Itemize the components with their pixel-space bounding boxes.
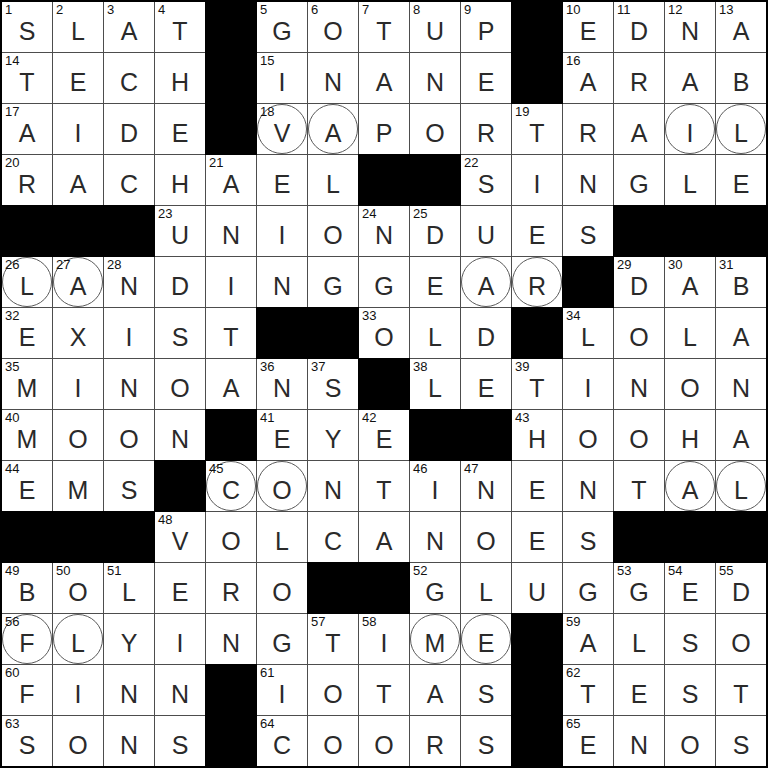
cell-r9c7[interactable]: Y xyxy=(308,410,358,460)
cell-r13c6[interactable]: G xyxy=(257,614,307,664)
cell-r2c1[interactable]: T14 xyxy=(2,53,52,103)
cell-r14c4[interactable]: N xyxy=(155,665,205,715)
cell-r12c12[interactable]: G xyxy=(563,563,613,613)
cell-r2c13[interactable]: R xyxy=(614,53,664,103)
cell-r5c6[interactable]: I xyxy=(257,206,307,256)
cell-letter: N xyxy=(665,18,715,43)
cell-r4c6[interactable]: E xyxy=(257,155,307,205)
cell-letter: A xyxy=(308,120,358,145)
cell-r8c1[interactable]: M35 xyxy=(2,359,52,409)
cell-r7c4[interactable]: S xyxy=(155,308,205,358)
cell-r14c6[interactable]: I61 xyxy=(257,665,307,715)
cell-r6c10[interactable]: A xyxy=(461,257,511,307)
cell-r5c4[interactable]: U23 xyxy=(155,206,205,256)
cell-letter: L xyxy=(665,171,715,196)
cell-r9c15[interactable]: A xyxy=(716,410,766,460)
cell-r15c2[interactable]: O xyxy=(53,716,103,766)
cell-r14c1[interactable]: F60 xyxy=(2,665,52,715)
cell-r3c4[interactable]: E xyxy=(155,104,205,154)
cell-r8c3[interactable]: N xyxy=(104,359,154,409)
cell-r8c9[interactable]: L38 xyxy=(410,359,460,409)
cell-r13c14[interactable]: S xyxy=(665,614,715,664)
cell-r3c1[interactable]: A17 xyxy=(2,104,52,154)
cell-r2c4[interactable]: H xyxy=(155,53,205,103)
cell-r13c12[interactable]: A59 xyxy=(563,614,613,664)
cell-r1c2[interactable]: L2 xyxy=(53,2,103,52)
cell-letter: O xyxy=(461,528,511,553)
cell-letter: L xyxy=(410,324,460,349)
cell-letter: I xyxy=(53,375,103,400)
cell-r3c10[interactable]: R xyxy=(461,104,511,154)
cell-r1c4[interactable]: T4 xyxy=(155,2,205,52)
cell-r5c8[interactable]: N24 xyxy=(359,206,409,256)
cell-r1c6[interactable]: G5 xyxy=(257,2,307,52)
cell-r9c12[interactable]: O xyxy=(563,410,613,460)
cell-r5c12[interactable]: S xyxy=(563,206,613,256)
cell-r15c15[interactable]: S xyxy=(716,716,766,766)
cell-r3c7[interactable]: A xyxy=(308,104,358,154)
black-cell-r4c8 xyxy=(359,155,409,205)
cell-r12c5[interactable]: R xyxy=(206,563,256,613)
cell-r9c4[interactable]: N xyxy=(155,410,205,460)
cell-letter: A xyxy=(53,273,103,298)
cell-r2c8[interactable]: A xyxy=(359,53,409,103)
cell-letter: S xyxy=(308,375,358,400)
cell-letter: O xyxy=(53,426,103,451)
cell-r8c14[interactable]: O xyxy=(665,359,715,409)
cell-r5c10[interactable]: U xyxy=(461,206,511,256)
cell-r13c4[interactable]: I xyxy=(155,614,205,664)
cell-r12c6[interactable]: O xyxy=(257,563,307,613)
cell-letter: M xyxy=(2,375,52,400)
cell-r12c15[interactable]: D55 xyxy=(716,563,766,613)
cell-r13c1[interactable]: F56 xyxy=(2,614,52,664)
cell-r6c1[interactable]: L26 xyxy=(2,257,52,307)
cell-r8c7[interactable]: S37 xyxy=(308,359,358,409)
cell-r6c3[interactable]: N28 xyxy=(104,257,154,307)
cell-r4c1[interactable]: R20 xyxy=(2,155,52,205)
cell-r10c9[interactable]: I46 xyxy=(410,461,460,511)
cell-letter: A xyxy=(53,171,103,196)
cell-r11c8[interactable]: A xyxy=(359,512,409,562)
cell-letter: D xyxy=(410,222,460,247)
clue-number: 8 xyxy=(413,3,420,17)
cell-r9c1[interactable]: M40 xyxy=(2,410,52,460)
cell-r12c3[interactable]: L51 xyxy=(104,563,154,613)
cell-letter: A xyxy=(206,375,256,400)
cell-r3c13[interactable]: A xyxy=(614,104,664,154)
cell-letter: A xyxy=(104,18,154,43)
cell-r6c8[interactable]: G xyxy=(359,257,409,307)
cell-r3c6[interactable]: V18 xyxy=(257,104,307,154)
cell-r3c11[interactable]: T19 xyxy=(512,104,562,154)
cell-letter: N xyxy=(104,375,154,400)
cell-letter: E xyxy=(2,477,52,502)
cell-r11c7[interactable]: C xyxy=(308,512,358,562)
cell-r14c9[interactable]: A xyxy=(410,665,460,715)
clue-number: 49 xyxy=(5,564,19,578)
cell-letter: S xyxy=(104,477,154,502)
cell-r15c4[interactable]: S xyxy=(155,716,205,766)
cell-r9c14[interactable]: H xyxy=(665,410,715,460)
cell-letter: B xyxy=(716,69,766,94)
cell-r9c13[interactable]: O xyxy=(614,410,664,460)
cell-letter: L xyxy=(563,324,613,349)
clue-number: 5 xyxy=(260,3,267,17)
cell-letter: A xyxy=(716,324,766,349)
cell-r14c12[interactable]: T62 xyxy=(563,665,613,715)
cell-letter: N xyxy=(308,69,358,94)
cell-letter: N xyxy=(308,477,358,502)
clue-number: 4 xyxy=(158,3,165,17)
cell-r2c14[interactable]: A xyxy=(665,53,715,103)
cell-r13c9[interactable]: M xyxy=(410,614,460,664)
cell-letter: E xyxy=(461,69,511,94)
cell-r14c15[interactable]: T xyxy=(716,665,766,715)
cell-r13c13[interactable]: L xyxy=(614,614,664,664)
cell-r11c4[interactable]: V48 xyxy=(155,512,205,562)
cell-r1c15[interactable]: A13 xyxy=(716,2,766,52)
cell-letter: L xyxy=(257,528,307,553)
cell-r2c10[interactable]: E xyxy=(461,53,511,103)
cell-letter: O xyxy=(614,324,664,349)
cell-r8c6[interactable]: N36 xyxy=(257,359,307,409)
cell-letter: E xyxy=(716,171,766,196)
cell-r2c9[interactable]: N xyxy=(410,53,460,103)
cell-letter: A xyxy=(614,120,664,145)
cell-r3c12[interactable]: R xyxy=(563,104,613,154)
cell-r4c13[interactable]: G xyxy=(614,155,664,205)
cell-r7c14[interactable]: L xyxy=(665,308,715,358)
cell-letter: T xyxy=(563,681,613,706)
cell-r4c12[interactable]: N xyxy=(563,155,613,205)
cell-letter: N xyxy=(461,477,511,502)
cell-r8c2[interactable]: I xyxy=(53,359,103,409)
cell-r6c15[interactable]: B31 xyxy=(716,257,766,307)
cell-r15c10[interactable]: S xyxy=(461,716,511,766)
cell-r1c1[interactable]: S1 xyxy=(2,2,52,52)
cell-r4c2[interactable]: A xyxy=(53,155,103,205)
cell-letter: N xyxy=(614,732,664,757)
clue-number: 41 xyxy=(260,411,274,425)
cell-r2c2[interactable]: E xyxy=(53,53,103,103)
cell-r1c10[interactable]: P9 xyxy=(461,2,511,52)
cell-letter: G xyxy=(308,273,358,298)
cell-r4c15[interactable]: E xyxy=(716,155,766,205)
cell-letter: N xyxy=(716,375,766,400)
cell-r12c14[interactable]: E54 xyxy=(665,563,715,613)
clue-number: 57 xyxy=(311,615,325,629)
cell-r4c11[interactable]: I xyxy=(512,155,562,205)
cell-r8c4[interactable]: O xyxy=(155,359,205,409)
cell-r10c2[interactable]: M xyxy=(53,461,103,511)
black-cell-r7c7 xyxy=(308,308,358,358)
cell-r10c15[interactable]: L xyxy=(716,461,766,511)
cell-letter: E xyxy=(512,222,562,247)
black-cell-r2c5 xyxy=(206,53,256,103)
cell-r13c8[interactable]: I58 xyxy=(359,614,409,664)
cell-r7c10[interactable]: D xyxy=(461,308,511,358)
cell-r10c14[interactable]: A xyxy=(665,461,715,511)
cell-r10c6[interactable]: O xyxy=(257,461,307,511)
cell-r10c3[interactable]: S xyxy=(104,461,154,511)
cell-r9c3[interactable]: O xyxy=(104,410,154,460)
cell-letter: I xyxy=(665,120,715,145)
cell-letter: I xyxy=(155,630,205,655)
cell-r10c10[interactable]: N47 xyxy=(461,461,511,511)
cell-r14c7[interactable]: O xyxy=(308,665,358,715)
cell-letter: L xyxy=(614,630,664,655)
cell-r6c4[interactable]: D xyxy=(155,257,205,307)
cell-letter: X xyxy=(53,324,103,349)
cell-r15c9[interactable]: R xyxy=(410,716,460,766)
cell-r2c7[interactable]: N xyxy=(308,53,358,103)
cell-letter: D xyxy=(104,120,154,145)
cell-r1c9[interactable]: U8 xyxy=(410,2,460,52)
cell-r3c9[interactable]: O xyxy=(410,104,460,154)
cell-r4c10[interactable]: S22 xyxy=(461,155,511,205)
cell-r6c7[interactable]: G xyxy=(308,257,358,307)
cell-r9c6[interactable]: E41 xyxy=(257,410,307,460)
cell-r11c5[interactable]: O xyxy=(206,512,256,562)
clue-number: 43 xyxy=(515,411,529,425)
cell-r6c14[interactable]: A30 xyxy=(665,257,715,307)
cell-letter: S xyxy=(461,732,511,757)
cell-r10c12[interactable]: N xyxy=(563,461,613,511)
cell-r1c13[interactable]: D11 xyxy=(614,2,664,52)
cell-r12c2[interactable]: O50 xyxy=(53,563,103,613)
cell-r12c1[interactable]: B49 xyxy=(2,563,52,613)
cell-r7c12[interactable]: L34 xyxy=(563,308,613,358)
cell-r12c11[interactable]: U xyxy=(512,563,562,613)
clue-number: 19 xyxy=(515,105,529,119)
cell-letter: H xyxy=(665,426,715,451)
cell-letter: D xyxy=(614,273,664,298)
cell-r3c15[interactable]: L xyxy=(716,104,766,154)
cell-r4c3[interactable]: C xyxy=(104,155,154,205)
cell-letter: G xyxy=(614,171,664,196)
cell-r6c6[interactable]: N xyxy=(257,257,307,307)
cell-r1c12[interactable]: E10 xyxy=(563,2,613,52)
cell-letter: U xyxy=(512,579,562,604)
cell-r11c6[interactable]: L xyxy=(257,512,307,562)
cell-r5c9[interactable]: D25 xyxy=(410,206,460,256)
cell-r14c8[interactable]: T xyxy=(359,665,409,715)
cell-r14c10[interactable]: S xyxy=(461,665,511,715)
cell-r15c14[interactable]: O xyxy=(665,716,715,766)
cell-r7c2[interactable]: X xyxy=(53,308,103,358)
cell-r2c12[interactable]: A16 xyxy=(563,53,613,103)
cell-r6c2[interactable]: A27 xyxy=(53,257,103,307)
clue-number: 25 xyxy=(413,207,427,221)
cell-r15c7[interactable]: O xyxy=(308,716,358,766)
cell-r8c12[interactable]: I xyxy=(563,359,613,409)
cell-letter: B xyxy=(2,579,52,604)
cell-letter: T xyxy=(512,120,562,145)
cell-r7c1[interactable]: E32 xyxy=(2,308,52,358)
cell-r10c8[interactable]: T xyxy=(359,461,409,511)
cell-letter: G xyxy=(257,18,307,43)
cell-r15c1[interactable]: S63 xyxy=(2,716,52,766)
clue-number: 23 xyxy=(158,207,172,221)
cell-letter: R xyxy=(512,273,562,298)
black-cell-r15c11 xyxy=(512,716,562,766)
cell-r6c9[interactable]: E xyxy=(410,257,460,307)
cell-r7c3[interactable]: I xyxy=(104,308,154,358)
cell-r4c7[interactable]: L xyxy=(308,155,358,205)
cell-letter: N xyxy=(104,273,154,298)
cell-r1c7[interactable]: O6 xyxy=(308,2,358,52)
cell-r3c3[interactable]: D xyxy=(104,104,154,154)
black-cell-r15c5 xyxy=(206,716,256,766)
cell-r13c3[interactable]: Y xyxy=(104,614,154,664)
cell-letter: R xyxy=(2,171,52,196)
clue-number: 48 xyxy=(158,513,172,527)
cell-r7c8[interactable]: O33 xyxy=(359,308,409,358)
black-cell-r7c6 xyxy=(257,308,307,358)
cell-r12c13[interactable]: G53 xyxy=(614,563,664,613)
cell-r1c14[interactable]: N12 xyxy=(665,2,715,52)
clue-number: 10 xyxy=(566,3,580,17)
cell-r11c10[interactable]: O xyxy=(461,512,511,562)
cell-r9c11[interactable]: H43 xyxy=(512,410,562,460)
cell-r11c12[interactable]: S xyxy=(563,512,613,562)
clue-number: 36 xyxy=(260,360,274,374)
cell-r10c1[interactable]: E44 xyxy=(2,461,52,511)
cell-letter: M xyxy=(53,477,103,502)
cell-letter: I xyxy=(257,69,307,94)
cell-r8c15[interactable]: N xyxy=(716,359,766,409)
clue-number: 27 xyxy=(56,258,70,272)
clue-number: 2 xyxy=(56,3,63,17)
cell-r8c5[interactable]: A xyxy=(206,359,256,409)
cell-r3c14[interactable]: I xyxy=(665,104,715,154)
cell-letter: O xyxy=(308,681,358,706)
cell-letter: N xyxy=(359,222,409,247)
cell-r5c5[interactable]: N xyxy=(206,206,256,256)
clue-number: 3 xyxy=(107,3,114,17)
cell-r4c4[interactable]: H xyxy=(155,155,205,205)
cell-r15c8[interactable]: O xyxy=(359,716,409,766)
cell-r10c7[interactable]: N xyxy=(308,461,358,511)
cell-r1c3[interactable]: A3 xyxy=(104,2,154,52)
crossword-board: S1L2A3T4G5O6T7U8P9E10D11N12A13T14ECHI15N… xyxy=(0,0,768,768)
cell-letter: A xyxy=(206,171,256,196)
cell-r12c4[interactable]: E xyxy=(155,563,205,613)
cell-r3c8[interactable]: P xyxy=(359,104,409,154)
cell-letter: R xyxy=(410,732,460,757)
cell-letter: N xyxy=(206,630,256,655)
cell-r9c2[interactable]: O xyxy=(53,410,103,460)
cell-r11c11[interactable]: E xyxy=(512,512,562,562)
cell-r4c5[interactable]: A21 xyxy=(206,155,256,205)
clue-number: 6 xyxy=(311,3,318,17)
cell-letter: I xyxy=(206,273,256,298)
cell-letter: L xyxy=(461,579,511,604)
cell-letter: O xyxy=(716,630,766,655)
cell-r12c10[interactable]: L xyxy=(461,563,511,613)
cell-r8c11[interactable]: T39 xyxy=(512,359,562,409)
cell-r6c13[interactable]: D29 xyxy=(614,257,664,307)
clue-number: 17 xyxy=(5,105,19,119)
cell-r9c8[interactable]: E42 xyxy=(359,410,409,460)
cell-r5c11[interactable]: E xyxy=(512,206,562,256)
cell-letter: L xyxy=(410,375,460,400)
cell-r3c2[interactable]: I xyxy=(53,104,103,154)
clue-number: 63 xyxy=(5,717,19,731)
cell-r2c15[interactable]: B xyxy=(716,53,766,103)
cell-r7c13[interactable]: O xyxy=(614,308,664,358)
cell-r13c10[interactable]: E xyxy=(461,614,511,664)
clue-number: 30 xyxy=(668,258,682,272)
cell-letter: D xyxy=(155,273,205,298)
cell-r10c13[interactable]: T xyxy=(614,461,664,511)
cell-r6c5[interactable]: I xyxy=(206,257,256,307)
cell-r13c2[interactable]: L xyxy=(53,614,103,664)
cell-r8c13[interactable]: N xyxy=(614,359,664,409)
cell-r15c6[interactable]: C64 xyxy=(257,716,307,766)
cell-letter: U xyxy=(410,18,460,43)
cell-r14c3[interactable]: N xyxy=(104,665,154,715)
cell-r2c3[interactable]: C xyxy=(104,53,154,103)
cell-letter: C xyxy=(257,732,307,757)
black-cell-r4c9 xyxy=(410,155,460,205)
cell-letter: S xyxy=(2,18,52,43)
cell-r14c13[interactable]: E xyxy=(614,665,664,715)
cell-r8c10[interactable]: E xyxy=(461,359,511,409)
cell-letter: S xyxy=(155,324,205,349)
cell-letter: E xyxy=(512,477,562,502)
cell-letter: L xyxy=(716,477,766,502)
black-cell-r5c15 xyxy=(716,206,766,256)
cell-r15c3[interactable]: N xyxy=(104,716,154,766)
cell-letter: N xyxy=(206,222,256,247)
cell-letter: A xyxy=(359,528,409,553)
cell-r14c14[interactable]: S xyxy=(665,665,715,715)
cell-r15c12[interactable]: E65 xyxy=(563,716,613,766)
cell-r13c5[interactable]: N xyxy=(206,614,256,664)
cell-letter: N xyxy=(410,69,460,94)
cell-r7c5[interactable]: T xyxy=(206,308,256,358)
cell-letter: D xyxy=(716,579,766,604)
cell-r10c5[interactable]: C45 xyxy=(206,461,256,511)
cell-letter: E xyxy=(410,273,460,298)
cell-r14c2[interactable]: I xyxy=(53,665,103,715)
cell-letter: S xyxy=(665,681,715,706)
cell-r4c14[interactable]: L xyxy=(665,155,715,205)
cell-r1c8[interactable]: T7 xyxy=(359,2,409,52)
cell-r13c15[interactable]: O xyxy=(716,614,766,664)
cell-letter: C xyxy=(206,477,256,502)
cell-letter: A xyxy=(2,120,52,145)
cell-r2c6[interactable]: I15 xyxy=(257,53,307,103)
cell-letter: I xyxy=(104,324,154,349)
cell-letter: T xyxy=(359,18,409,43)
cell-r6c11[interactable]: R xyxy=(512,257,562,307)
cell-r7c15[interactable]: A xyxy=(716,308,766,358)
cell-r13c7[interactable]: T57 xyxy=(308,614,358,664)
cell-r12c9[interactable]: G52 xyxy=(410,563,460,613)
cell-letter: G xyxy=(257,630,307,655)
cell-r10c11[interactable]: E xyxy=(512,461,562,511)
cell-r7c9[interactable]: L xyxy=(410,308,460,358)
cell-r15c13[interactable]: N xyxy=(614,716,664,766)
clue-number: 42 xyxy=(362,411,376,425)
cell-r5c7[interactable]: O xyxy=(308,206,358,256)
clue-number: 54 xyxy=(668,564,682,578)
black-cell-r11c14 xyxy=(665,512,715,562)
cell-r11c9[interactable]: N xyxy=(410,512,460,562)
